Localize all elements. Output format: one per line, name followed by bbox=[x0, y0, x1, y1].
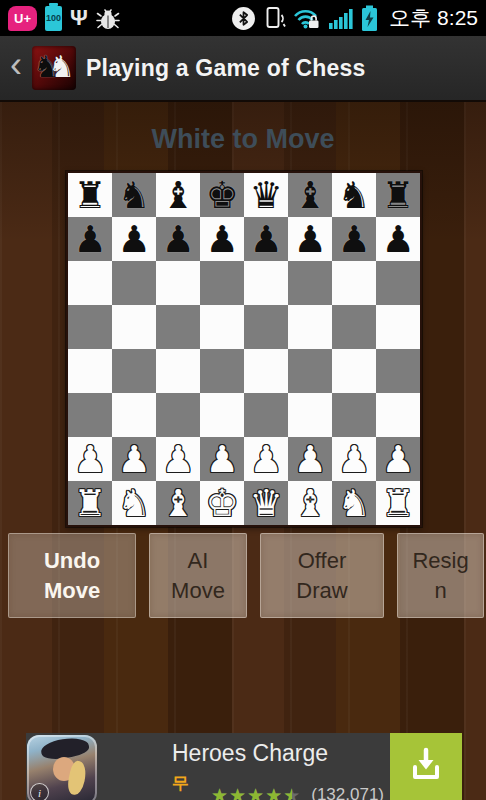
turn-indicator: White to Move bbox=[0, 124, 486, 155]
square-a2[interactable]: ♟ bbox=[68, 437, 112, 481]
white-bishop-piece[interactable]: ♝ bbox=[161, 485, 194, 522]
battery-100-icon: 100 bbox=[45, 6, 62, 31]
ad-body[interactable]: Heroes Charge 무료 ★★★★★ ★★★★★ (132,071) bbox=[172, 740, 384, 800]
square-a8[interactable]: ♜ bbox=[68, 173, 112, 217]
square-g8[interactable]: ♞ bbox=[332, 173, 376, 217]
usb-icon: Ψ bbox=[70, 7, 88, 29]
download-icon bbox=[407, 747, 445, 786]
square-h6[interactable] bbox=[376, 261, 420, 305]
black-bishop-piece[interactable]: ♝ bbox=[161, 177, 194, 214]
page-title: Playing a Game of Chess bbox=[86, 55, 365, 82]
square-f6[interactable] bbox=[288, 261, 332, 305]
square-b5[interactable] bbox=[112, 305, 156, 349]
chess-app-icon: ♞ ♞ bbox=[32, 46, 76, 90]
offer-draw-button[interactable]: Offer Draw bbox=[260, 533, 384, 618]
chess-board[interactable]: ♜♞♝♚♛♝♞♜♟♟♟♟♟♟♟♟♟♟♟♟♟♟♟♟♜♞♝♚♛♝♞♜ bbox=[66, 171, 422, 527]
square-a3[interactable] bbox=[68, 393, 112, 437]
black-queen-piece[interactable]: ♛ bbox=[249, 177, 282, 214]
square-h2[interactable]: ♟ bbox=[376, 437, 420, 481]
black-pawn-piece[interactable]: ♟ bbox=[205, 221, 238, 258]
square-g2[interactable]: ♟ bbox=[332, 437, 376, 481]
bluetooth-icon bbox=[231, 6, 256, 31]
square-a6[interactable] bbox=[68, 261, 112, 305]
square-c2[interactable]: ♟ bbox=[156, 437, 200, 481]
white-pawn-piece[interactable]: ♟ bbox=[161, 441, 194, 478]
square-d3[interactable] bbox=[200, 393, 244, 437]
square-c4[interactable] bbox=[156, 349, 200, 393]
black-pawn-piece[interactable]: ♟ bbox=[337, 221, 370, 258]
square-b2[interactable]: ♟ bbox=[112, 437, 156, 481]
undo-move-button[interactable]: Undo Move bbox=[8, 533, 136, 618]
square-e6[interactable] bbox=[244, 261, 288, 305]
white-pawn-piece[interactable]: ♟ bbox=[117, 441, 150, 478]
square-d2[interactable]: ♟ bbox=[200, 437, 244, 481]
square-g4[interactable] bbox=[332, 349, 376, 393]
usb-debug-bug-icon bbox=[96, 7, 120, 30]
square-f1[interactable]: ♝ bbox=[288, 481, 332, 525]
ad-meta: 무료 ★★★★★ ★★★★★ (132,071) bbox=[172, 772, 384, 800]
screen: U+ 100 Ψ bbox=[0, 0, 486, 800]
square-c5[interactable] bbox=[156, 305, 200, 349]
resign-button[interactable]: Resign bbox=[397, 533, 484, 618]
square-a7[interactable]: ♟ bbox=[68, 217, 112, 261]
back-button[interactable]: ‹ bbox=[10, 47, 22, 83]
square-h5[interactable] bbox=[376, 305, 420, 349]
stars-fill: ★★★★★ bbox=[211, 786, 292, 800]
square-a4[interactable] bbox=[68, 349, 112, 393]
square-e2[interactable]: ♟ bbox=[244, 437, 288, 481]
white-knight-logo-icon: ♞ bbox=[48, 52, 75, 82]
action-bar: ‹ ♞ ♞ Playing a Game of Chess bbox=[0, 36, 486, 102]
square-b6[interactable] bbox=[112, 261, 156, 305]
square-d6[interactable] bbox=[200, 261, 244, 305]
black-pawn-piece[interactable]: ♟ bbox=[293, 221, 326, 258]
white-pawn-piece[interactable]: ♟ bbox=[205, 441, 238, 478]
square-c8[interactable]: ♝ bbox=[156, 173, 200, 217]
square-f2[interactable]: ♟ bbox=[288, 437, 332, 481]
square-b8[interactable]: ♞ bbox=[112, 173, 156, 217]
black-pawn-piece[interactable]: ♟ bbox=[161, 221, 194, 258]
black-rook-piece[interactable]: ♜ bbox=[73, 177, 106, 214]
square-a5[interactable] bbox=[68, 305, 112, 349]
black-rook-piece[interactable]: ♜ bbox=[381, 177, 414, 214]
square-g6[interactable] bbox=[332, 261, 376, 305]
black-pawn-piece[interactable]: ♟ bbox=[249, 221, 282, 258]
download-button[interactable] bbox=[390, 733, 462, 800]
square-b1[interactable]: ♞ bbox=[112, 481, 156, 525]
battery-charging-icon bbox=[361, 5, 378, 32]
status-bar: U+ 100 Ψ bbox=[0, 0, 486, 36]
ad-review-count: (132,071) bbox=[311, 785, 384, 800]
square-g1[interactable]: ♞ bbox=[332, 481, 376, 525]
square-g3[interactable] bbox=[332, 393, 376, 437]
black-knight-piece[interactable]: ♞ bbox=[337, 177, 370, 214]
square-d7[interactable]: ♟ bbox=[200, 217, 244, 261]
black-pawn-piece[interactable]: ♟ bbox=[73, 221, 106, 258]
ad-title: Heroes Charge bbox=[172, 740, 384, 767]
white-pawn-piece[interactable]: ♟ bbox=[381, 441, 414, 478]
black-king-piece[interactable]: ♚ bbox=[205, 177, 238, 214]
square-c3[interactable] bbox=[156, 393, 200, 437]
square-f3[interactable] bbox=[288, 393, 332, 437]
square-h4[interactable] bbox=[376, 349, 420, 393]
square-e1[interactable]: ♛ bbox=[244, 481, 288, 525]
square-d5[interactable] bbox=[200, 305, 244, 349]
black-pawn-piece[interactable]: ♟ bbox=[381, 221, 414, 258]
square-h7[interactable]: ♟ bbox=[376, 217, 420, 261]
wifi-secured-icon bbox=[292, 6, 322, 31]
square-c1[interactable]: ♝ bbox=[156, 481, 200, 525]
status-icons-left: U+ 100 Ψ bbox=[8, 6, 120, 31]
signal-strength-icon bbox=[328, 6, 355, 31]
square-e4[interactable] bbox=[244, 349, 288, 393]
white-pawn-piece[interactable]: ♟ bbox=[249, 441, 282, 478]
square-a1[interactable]: ♜ bbox=[68, 481, 112, 525]
ad-info-icon[interactable]: i bbox=[30, 783, 49, 800]
square-c7[interactable]: ♟ bbox=[156, 217, 200, 261]
square-f7[interactable]: ♟ bbox=[288, 217, 332, 261]
square-f8[interactable]: ♝ bbox=[288, 173, 332, 217]
square-d1[interactable]: ♚ bbox=[200, 481, 244, 525]
black-knight-piece[interactable]: ♞ bbox=[117, 177, 150, 214]
black-pawn-piece[interactable]: ♟ bbox=[117, 221, 150, 258]
square-d8[interactable]: ♚ bbox=[200, 173, 244, 217]
clock-text: 오후 8:25 bbox=[389, 4, 478, 32]
ad-app-icon[interactable]: i bbox=[27, 735, 97, 800]
square-b7[interactable]: ♟ bbox=[112, 217, 156, 261]
square-f4[interactable] bbox=[288, 349, 332, 393]
white-pawn-piece[interactable]: ♟ bbox=[293, 441, 326, 478]
vibrate-icon bbox=[262, 5, 286, 31]
white-rook-piece[interactable]: ♜ bbox=[73, 485, 106, 522]
white-bishop-piece[interactable]: ♝ bbox=[293, 485, 326, 522]
white-knight-piece[interactable]: ♞ bbox=[117, 485, 150, 522]
square-e5[interactable] bbox=[244, 305, 288, 349]
white-king-piece[interactable]: ♚ bbox=[205, 485, 238, 522]
square-e8[interactable]: ♛ bbox=[244, 173, 288, 217]
star-rating: ★★★★★ ★★★★★ bbox=[211, 786, 301, 800]
square-g5[interactable] bbox=[332, 305, 376, 349]
ai-move-button[interactable]: AI Move bbox=[149, 533, 247, 618]
white-knight-piece[interactable]: ♞ bbox=[337, 485, 370, 522]
square-b4[interactable] bbox=[112, 349, 156, 393]
status-icons-right: 오후 8:25 bbox=[231, 4, 478, 32]
game-area: White to Move ♜♞♝♚♛♝♞♜♟♟♟♟♟♟♟♟♟♟♟♟♟♟♟♟♜♞… bbox=[0, 102, 486, 800]
white-queen-piece[interactable]: ♛ bbox=[249, 485, 282, 522]
square-c6[interactable] bbox=[156, 261, 200, 305]
white-pawn-piece[interactable]: ♟ bbox=[337, 441, 370, 478]
white-rook-piece[interactable]: ♜ bbox=[381, 485, 414, 522]
square-d4[interactable] bbox=[200, 349, 244, 393]
square-h1[interactable]: ♜ bbox=[376, 481, 420, 525]
square-e3[interactable] bbox=[244, 393, 288, 437]
square-h8[interactable]: ♜ bbox=[376, 173, 420, 217]
black-bishop-piece[interactable]: ♝ bbox=[293, 177, 326, 214]
ad-price-label: 무료 bbox=[172, 772, 201, 800]
square-g7[interactable]: ♟ bbox=[332, 217, 376, 261]
square-b3[interactable] bbox=[112, 393, 156, 437]
carrier-uplus-icon: U+ bbox=[8, 6, 37, 31]
square-h3[interactable] bbox=[376, 393, 420, 437]
game-controls: Undo Move AI Move Offer Draw Resign bbox=[8, 533, 484, 618]
white-pawn-piece[interactable]: ♟ bbox=[73, 441, 106, 478]
square-e7[interactable]: ♟ bbox=[244, 217, 288, 261]
square-f5[interactable] bbox=[288, 305, 332, 349]
ad-banner[interactable]: i Heroes Charge 무료 ★★★★★ ★★★★★ (132,071) bbox=[26, 733, 462, 800]
